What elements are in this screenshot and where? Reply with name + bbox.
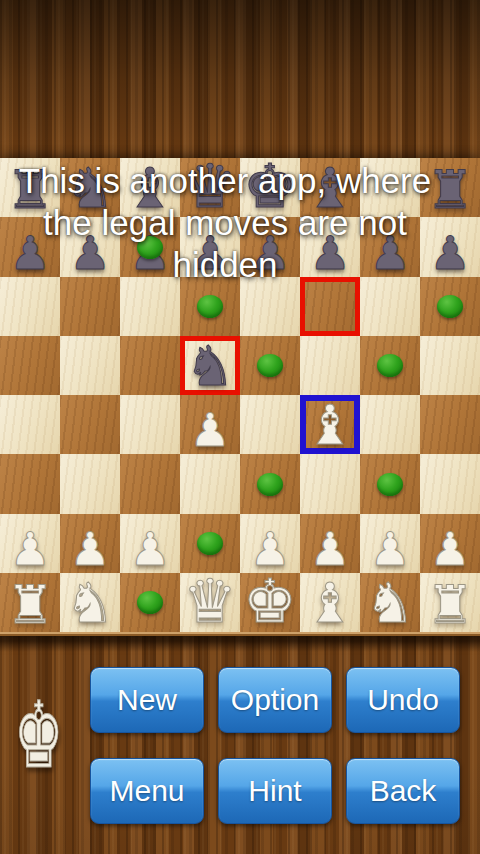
square-c4[interactable] bbox=[120, 395, 180, 454]
square-e3[interactable] bbox=[240, 454, 300, 513]
square-h5[interactable] bbox=[420, 336, 480, 395]
square-e2[interactable]: ♟ bbox=[240, 514, 300, 573]
piece-white-pawn: ♟ bbox=[9, 526, 50, 572]
piece-white-pawn: ♟ bbox=[129, 526, 170, 572]
square-d6[interactable] bbox=[180, 277, 240, 336]
piece-black-rook: ♜ bbox=[426, 163, 474, 216]
piece-white-knight: ♞ bbox=[365, 576, 414, 631]
piece-black-bishop: ♝ bbox=[125, 161, 174, 216]
piece-black-bishop: ♝ bbox=[305, 161, 354, 216]
selected-square-highlight bbox=[300, 395, 360, 454]
square-b6[interactable] bbox=[60, 277, 120, 336]
white-king-turn-icon: ♚ bbox=[14, 690, 63, 782]
legal-move-dot bbox=[377, 473, 403, 496]
piece-white-pawn: ♟ bbox=[369, 526, 410, 572]
piece-white-knight: ♞ bbox=[65, 576, 114, 631]
square-h1[interactable]: ♜ bbox=[420, 573, 480, 632]
square-c7[interactable]: ♟ bbox=[120, 217, 180, 276]
legal-move-dot bbox=[137, 236, 163, 259]
piece-white-pawn: ♟ bbox=[309, 526, 350, 572]
menu-button[interactable]: Menu bbox=[90, 758, 204, 824]
back-button[interactable]: Back bbox=[346, 758, 460, 824]
piece-black-pawn: ♟ bbox=[69, 230, 110, 276]
piece-black-pawn: ♟ bbox=[369, 230, 410, 276]
piece-white-pawn: ♟ bbox=[429, 526, 470, 572]
last-move-to-highlight bbox=[180, 336, 240, 395]
square-f1[interactable]: ♝ bbox=[300, 573, 360, 632]
board-shelf-edge bbox=[0, 632, 480, 652]
piece-white-bishop: ♝ bbox=[305, 398, 354, 453]
piece-white-bishop: ♝ bbox=[305, 576, 354, 631]
piece-black-knight: ♞ bbox=[185, 339, 234, 394]
button-panel: New Option Undo Menu Hint Back bbox=[90, 667, 460, 824]
square-g7[interactable]: ♟ bbox=[360, 217, 420, 276]
square-h2[interactable]: ♟ bbox=[420, 514, 480, 573]
square-a3[interactable] bbox=[0, 454, 60, 513]
piece-black-knight: ♞ bbox=[65, 161, 114, 216]
piece-black-rook: ♜ bbox=[6, 163, 54, 216]
square-c6[interactable] bbox=[120, 277, 180, 336]
square-a5[interactable] bbox=[0, 336, 60, 395]
chess-board: ♜♞♝♛♚♝♜♟♟♟♟♟♟♟♟♞♟♝♟♟♟♟♟♟♟♜♞♛♚♝♞♜ bbox=[0, 158, 480, 632]
square-b7[interactable]: ♟ bbox=[60, 217, 120, 276]
square-a4[interactable] bbox=[0, 395, 60, 454]
chess-app-screen: ♜♞♝♛♚♝♜♟♟♟♟♟♟♟♟♞♟♝♟♟♟♟♟♟♟♜♞♛♚♝♞♜ This is… bbox=[0, 0, 480, 854]
square-c3[interactable] bbox=[120, 454, 180, 513]
square-f6[interactable] bbox=[300, 277, 360, 336]
piece-white-queen: ♛ bbox=[183, 571, 237, 631]
square-f8[interactable]: ♝ bbox=[300, 158, 360, 217]
piece-white-king: ♚ bbox=[243, 571, 297, 631]
square-h4[interactable] bbox=[420, 395, 480, 454]
square-e6[interactable] bbox=[240, 277, 300, 336]
square-g6[interactable] bbox=[360, 277, 420, 336]
square-b2[interactable]: ♟ bbox=[60, 514, 120, 573]
square-g3[interactable] bbox=[360, 454, 420, 513]
piece-white-rook: ♜ bbox=[426, 578, 474, 631]
square-g4[interactable] bbox=[360, 395, 420, 454]
square-a6[interactable] bbox=[0, 277, 60, 336]
square-h8[interactable]: ♜ bbox=[420, 158, 480, 217]
square-g8[interactable] bbox=[360, 158, 420, 217]
square-a8[interactable]: ♜ bbox=[0, 158, 60, 217]
piece-black-king: ♚ bbox=[243, 156, 297, 216]
piece-black-pawn: ♟ bbox=[189, 230, 230, 276]
new-button[interactable]: New bbox=[90, 667, 204, 733]
square-f2[interactable]: ♟ bbox=[300, 514, 360, 573]
square-a7[interactable]: ♟ bbox=[0, 217, 60, 276]
square-b5[interactable] bbox=[60, 336, 120, 395]
square-b1[interactable]: ♞ bbox=[60, 573, 120, 632]
piece-black-pawn: ♟ bbox=[129, 230, 170, 276]
legal-move-dot bbox=[197, 532, 223, 555]
square-c8[interactable]: ♝ bbox=[120, 158, 180, 217]
square-b3[interactable] bbox=[60, 454, 120, 513]
square-d8[interactable]: ♛ bbox=[180, 158, 240, 217]
square-e1[interactable]: ♚ bbox=[240, 573, 300, 632]
square-c1[interactable] bbox=[120, 573, 180, 632]
legal-move-dot bbox=[257, 354, 283, 377]
last-move-from-highlight bbox=[300, 277, 360, 336]
piece-white-pawn: ♟ bbox=[249, 526, 290, 572]
legal-move-dot bbox=[257, 473, 283, 496]
square-h6[interactable] bbox=[420, 277, 480, 336]
square-a1[interactable]: ♜ bbox=[0, 573, 60, 632]
piece-white-pawn: ♟ bbox=[189, 407, 230, 453]
square-d3[interactable] bbox=[180, 454, 240, 513]
square-c5[interactable] bbox=[120, 336, 180, 395]
piece-black-pawn: ♟ bbox=[309, 230, 350, 276]
square-d7[interactable]: ♟ bbox=[180, 217, 240, 276]
square-e5[interactable] bbox=[240, 336, 300, 395]
piece-black-pawn: ♟ bbox=[9, 230, 50, 276]
square-h3[interactable] bbox=[420, 454, 480, 513]
option-button[interactable]: Option bbox=[218, 667, 332, 733]
square-g2[interactable]: ♟ bbox=[360, 514, 420, 573]
square-d5[interactable]: ♞ bbox=[180, 336, 240, 395]
square-d2[interactable] bbox=[180, 514, 240, 573]
square-d1[interactable]: ♛ bbox=[180, 573, 240, 632]
undo-button[interactable]: Undo bbox=[346, 667, 460, 733]
square-f5[interactable] bbox=[300, 336, 360, 395]
legal-move-dot bbox=[437, 295, 463, 318]
square-g1[interactable]: ♞ bbox=[360, 573, 420, 632]
piece-white-rook: ♜ bbox=[6, 578, 54, 631]
hint-button[interactable]: Hint bbox=[218, 758, 332, 824]
square-f7[interactable]: ♟ bbox=[300, 217, 360, 276]
piece-black-pawn: ♟ bbox=[249, 230, 290, 276]
square-f3[interactable] bbox=[300, 454, 360, 513]
piece-black-pawn: ♟ bbox=[429, 230, 470, 276]
legal-move-dot bbox=[137, 591, 163, 614]
legal-move-dot bbox=[377, 354, 403, 377]
square-e7[interactable]: ♟ bbox=[240, 217, 300, 276]
square-g5[interactable] bbox=[360, 336, 420, 395]
square-f4[interactable]: ♝ bbox=[300, 395, 360, 454]
square-e8[interactable]: ♚ bbox=[240, 158, 300, 217]
square-h7[interactable]: ♟ bbox=[420, 217, 480, 276]
square-e4[interactable] bbox=[240, 395, 300, 454]
square-b4[interactable] bbox=[60, 395, 120, 454]
square-b8[interactable]: ♞ bbox=[60, 158, 120, 217]
square-a2[interactable]: ♟ bbox=[0, 514, 60, 573]
piece-white-pawn: ♟ bbox=[69, 526, 110, 572]
legal-move-dot bbox=[197, 295, 223, 318]
piece-black-queen: ♛ bbox=[183, 156, 237, 216]
square-c2[interactable]: ♟ bbox=[120, 514, 180, 573]
square-d4[interactable]: ♟ bbox=[180, 395, 240, 454]
